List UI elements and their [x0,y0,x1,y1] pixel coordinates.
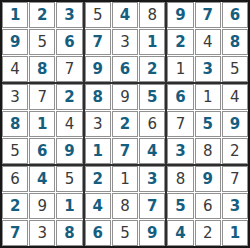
cell-r9c3[interactable]: 8 [56,220,82,246]
cell-r8c6[interactable]: 7 [139,193,165,219]
cell-r5c6[interactable]: 6 [139,111,165,137]
cell-r9c4[interactable]: 6 [85,220,111,246]
cell-r3c9[interactable]: 5 [222,56,248,82]
sudoku-box-3: 976248135 [167,2,248,82]
cell-r1c1[interactable]: 1 [2,2,28,28]
cell-r5c8[interactable]: 5 [195,111,221,137]
cell-r7c7[interactable]: 8 [167,166,193,192]
cell-r6c3[interactable]: 9 [56,138,82,164]
sudoku-box-7: 645291738 [2,166,83,246]
cell-r9c2[interactable]: 3 [29,220,55,246]
cell-r1c8[interactable]: 7 [195,2,221,28]
cell-r8c8[interactable]: 6 [195,193,221,219]
cell-r9c6[interactable]: 9 [139,220,165,246]
cell-r7c3[interactable]: 5 [56,166,82,192]
cell-r4c4[interactable]: 8 [85,84,111,110]
cell-r4c9[interactable]: 4 [222,84,248,110]
cell-r5c9[interactable]: 9 [222,111,248,137]
cell-r2c5[interactable]: 3 [112,29,138,55]
cell-r9c7[interactable]: 4 [167,220,193,246]
cell-r9c9[interactable]: 1 [222,220,248,246]
sudoku-box-6: 614759382 [167,84,248,164]
cell-r7c4[interactable]: 2 [85,166,111,192]
cell-r6c5[interactable]: 7 [112,138,138,164]
cell-r4c6[interactable]: 5 [139,84,165,110]
cell-r3c1[interactable]: 4 [2,56,28,82]
sudoku-box-4: 372814569 [2,84,83,164]
cell-r4c2[interactable]: 7 [29,84,55,110]
cell-r2c4[interactable]: 7 [85,29,111,55]
cell-r2c7[interactable]: 2 [167,29,193,55]
cell-r2c8[interactable]: 4 [195,29,221,55]
cell-r6c1[interactable]: 5 [2,138,28,164]
cell-r5c4[interactable]: 3 [85,111,111,137]
cell-r1c4[interactable]: 5 [85,2,111,28]
cell-r8c7[interactable]: 5 [167,193,193,219]
cell-r2c2[interactable]: 5 [29,29,55,55]
cell-r2c3[interactable]: 6 [56,29,82,55]
cell-r6c6[interactable]: 4 [139,138,165,164]
sudoku-box-9: 897563421 [167,166,248,246]
cell-r4c7[interactable]: 6 [167,84,193,110]
cell-r2c6[interactable]: 1 [139,29,165,55]
cell-r4c1[interactable]: 3 [2,84,28,110]
cell-r3c3[interactable]: 7 [56,56,82,82]
cell-r1c9[interactable]: 6 [222,2,248,28]
cell-r3c6[interactable]: 2 [139,56,165,82]
cell-r1c7[interactable]: 9 [167,2,193,28]
cell-r7c1[interactable]: 6 [2,166,28,192]
cell-r4c5[interactable]: 9 [112,84,138,110]
cell-r3c5[interactable]: 6 [112,56,138,82]
cell-r5c7[interactable]: 7 [167,111,193,137]
cell-r9c1[interactable]: 7 [2,220,28,246]
cell-r2c9[interactable]: 8 [222,29,248,55]
cell-r6c7[interactable]: 3 [167,138,193,164]
sudoku-box-8: 213487659 [85,166,166,246]
cell-r9c8[interactable]: 2 [195,220,221,246]
cell-r7c8[interactable]: 9 [195,166,221,192]
cell-r4c8[interactable]: 1 [195,84,221,110]
cell-r5c1[interactable]: 8 [2,111,28,137]
cell-r3c2[interactable]: 8 [29,56,55,82]
cell-r7c5[interactable]: 1 [112,166,138,192]
cell-r7c9[interactable]: 7 [222,166,248,192]
cell-r6c2[interactable]: 6 [29,138,55,164]
cell-r6c8[interactable]: 8 [195,138,221,164]
cell-r9c5[interactable]: 5 [112,220,138,246]
cell-r8c2[interactable]: 9 [29,193,55,219]
cell-r8c9[interactable]: 3 [222,193,248,219]
cell-r3c7[interactable]: 1 [167,56,193,82]
cell-r3c4[interactable]: 9 [85,56,111,82]
cell-r6c4[interactable]: 1 [85,138,111,164]
cell-r8c1[interactable]: 2 [2,193,28,219]
cell-r5c5[interactable]: 2 [112,111,138,137]
cell-r1c6[interactable]: 8 [139,2,165,28]
cell-r1c3[interactable]: 3 [56,2,82,28]
cell-r4c3[interactable]: 2 [56,84,82,110]
cell-r8c5[interactable]: 8 [112,193,138,219]
cell-r1c5[interactable]: 4 [112,2,138,28]
cell-r7c6[interactable]: 3 [139,166,165,192]
cell-r1c2[interactable]: 2 [29,2,55,28]
cell-r5c2[interactable]: 1 [29,111,55,137]
cell-r8c4[interactable]: 4 [85,193,111,219]
cell-r8c3[interactable]: 1 [56,193,82,219]
cell-r2c1[interactable]: 9 [2,29,28,55]
sudoku-box-5: 895326174 [85,84,166,164]
sudoku-board: 1239564875487319629762481353728145698953… [0,0,250,248]
sudoku-box-1: 123956487 [2,2,83,82]
cell-r7c2[interactable]: 4 [29,166,55,192]
sudoku-box-2: 548731962 [85,2,166,82]
cell-r6c9[interactable]: 2 [222,138,248,164]
cell-r3c8[interactable]: 3 [195,56,221,82]
cell-r5c3[interactable]: 4 [56,111,82,137]
